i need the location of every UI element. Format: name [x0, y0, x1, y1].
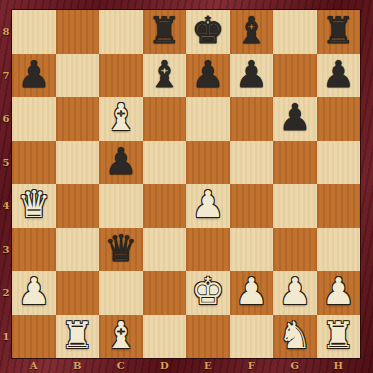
white-knight-g1: ♞	[278, 314, 311, 357]
square-g4[interactable]	[273, 184, 317, 228]
square-a8[interactable]	[12, 10, 56, 54]
square-e8[interactable]: ♚	[186, 10, 230, 54]
square-f4[interactable]	[230, 184, 274, 228]
file-label-h: H	[317, 358, 361, 373]
square-d5[interactable]	[143, 141, 187, 185]
black-pawn-e7: ♟	[191, 53, 224, 96]
square-e2[interactable]: ♚	[186, 271, 230, 315]
white-pawn-h2: ♟	[322, 270, 355, 313]
square-d2[interactable]	[143, 271, 187, 315]
square-a1[interactable]	[12, 315, 56, 359]
square-h4[interactable]	[317, 184, 361, 228]
square-g8[interactable]	[273, 10, 317, 54]
square-f5[interactable]	[230, 141, 274, 185]
white-king-e2: ♚	[191, 270, 224, 313]
square-h6[interactable]	[317, 97, 361, 141]
white-pawn-a2: ♟	[17, 270, 50, 313]
square-g2[interactable]: ♟	[273, 271, 317, 315]
square-a3[interactable]	[12, 228, 56, 272]
square-h2[interactable]: ♟	[317, 271, 361, 315]
file-label-c: C	[99, 358, 143, 373]
square-a5[interactable]	[12, 141, 56, 185]
square-c2[interactable]	[99, 271, 143, 315]
file-label-f: F	[230, 358, 274, 373]
square-e5[interactable]	[186, 141, 230, 185]
square-d7[interactable]: ♝	[143, 54, 187, 98]
white-pawn-e4: ♟	[191, 183, 224, 226]
rank-label-8: 8	[0, 10, 12, 54]
square-d8[interactable]: ♜	[143, 10, 187, 54]
black-pawn-c5: ♟	[104, 140, 137, 183]
square-a2[interactable]: ♟	[12, 271, 56, 315]
black-bishop-d7: ♝	[148, 53, 181, 96]
white-queen-a4: ♛	[17, 183, 50, 226]
square-d1[interactable]	[143, 315, 187, 359]
square-c7[interactable]	[99, 54, 143, 98]
square-f7[interactable]: ♟	[230, 54, 274, 98]
square-h8[interactable]: ♜	[317, 10, 361, 54]
square-b8[interactable]	[56, 10, 100, 54]
square-b6[interactable]	[56, 97, 100, 141]
white-bishop-c6: ♝	[104, 96, 137, 139]
square-e6[interactable]	[186, 97, 230, 141]
square-d4[interactable]	[143, 184, 187, 228]
square-b4[interactable]	[56, 184, 100, 228]
square-b1[interactable]: ♜	[56, 315, 100, 359]
square-b5[interactable]	[56, 141, 100, 185]
square-e3[interactable]	[186, 228, 230, 272]
rank-label-5: 5	[0, 141, 12, 185]
black-pawn-g6: ♟	[278, 96, 311, 139]
square-h1[interactable]: ♜	[317, 315, 361, 359]
square-c3[interactable]: ♛	[99, 228, 143, 272]
square-b2[interactable]	[56, 271, 100, 315]
square-g7[interactable]	[273, 54, 317, 98]
black-bishop-f8: ♝	[235, 9, 268, 52]
square-c6[interactable]: ♝	[99, 97, 143, 141]
chess-board: ♜♚♝♜♟♝♟♟♟♝♟♟♛♟♛♟♚♟♟♟♜♝♞♜	[12, 10, 360, 358]
rank-label-4: 4	[0, 184, 12, 228]
black-pawn-a7: ♟	[17, 53, 50, 96]
rank-label-1: 1	[0, 315, 12, 359]
square-g1[interactable]: ♞	[273, 315, 317, 359]
square-f3[interactable]	[230, 228, 274, 272]
square-d6[interactable]	[143, 97, 187, 141]
square-f1[interactable]	[230, 315, 274, 359]
file-label-e: E	[186, 358, 230, 373]
square-a4[interactable]: ♛	[12, 184, 56, 228]
square-c8[interactable]	[99, 10, 143, 54]
square-d3[interactable]	[143, 228, 187, 272]
square-f8[interactable]: ♝	[230, 10, 274, 54]
white-rook-h1: ♜	[322, 314, 355, 357]
file-label-d: D	[143, 358, 187, 373]
square-g5[interactable]	[273, 141, 317, 185]
square-h7[interactable]: ♟	[317, 54, 361, 98]
square-a6[interactable]	[12, 97, 56, 141]
black-rook-d8: ♜	[148, 9, 181, 52]
square-h5[interactable]	[317, 141, 361, 185]
white-pawn-g2: ♟	[278, 270, 311, 313]
white-rook-b1: ♜	[61, 314, 94, 357]
square-a7[interactable]: ♟	[12, 54, 56, 98]
file-label-a: A	[12, 358, 56, 373]
square-c5[interactable]: ♟	[99, 141, 143, 185]
square-e4[interactable]: ♟	[186, 184, 230, 228]
rank-label-6: 6	[0, 97, 12, 141]
chess-board-frame: ♜♚♝♜♟♝♟♟♟♝♟♟♛♟♛♟♚♟♟♟♜♝♞♜ 87654321 ABCDEF…	[0, 0, 373, 373]
square-e1[interactable]	[186, 315, 230, 359]
white-pawn-f2: ♟	[235, 270, 268, 313]
black-king-e8: ♚	[191, 9, 224, 52]
black-pawn-h7: ♟	[322, 53, 355, 96]
square-b3[interactable]	[56, 228, 100, 272]
square-b7[interactable]	[56, 54, 100, 98]
rank-label-7: 7	[0, 54, 12, 98]
square-f2[interactable]: ♟	[230, 271, 274, 315]
black-rook-h8: ♜	[322, 9, 355, 52]
black-pawn-f7: ♟	[235, 53, 268, 96]
square-e7[interactable]: ♟	[186, 54, 230, 98]
white-bishop-c1: ♝	[104, 314, 137, 357]
rank-label-2: 2	[0, 271, 12, 315]
square-g6[interactable]: ♟	[273, 97, 317, 141]
file-label-g: G	[273, 358, 317, 373]
square-f6[interactable]	[230, 97, 274, 141]
square-c4[interactable]	[99, 184, 143, 228]
file-label-b: B	[56, 358, 100, 373]
rank-label-3: 3	[0, 228, 12, 272]
square-g3[interactable]	[273, 228, 317, 272]
square-c1[interactable]: ♝	[99, 315, 143, 359]
black-queen-c3: ♛	[104, 227, 137, 270]
square-h3[interactable]	[317, 228, 361, 272]
